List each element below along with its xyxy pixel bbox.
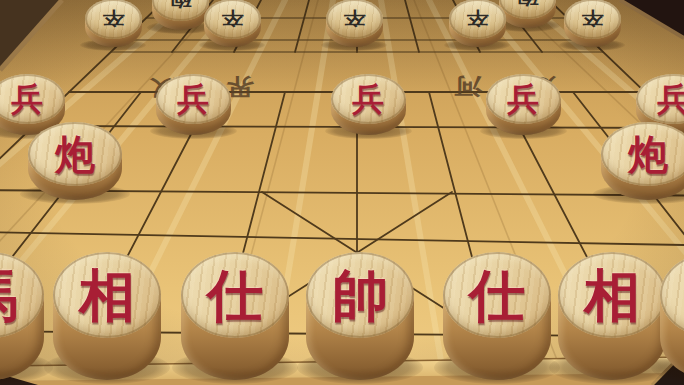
piece-glyph-elephant: 相 <box>558 252 666 338</box>
piece-glyph-soldier: 兵 <box>156 74 231 124</box>
piece-red-elephant-c[interactable]: 相 <box>53 252 161 380</box>
piece-face: 帥 <box>306 252 414 338</box>
piece-glyph-horse: 馬 <box>660 252 684 338</box>
piece-face: 兵 <box>156 74 231 124</box>
piece-glyph-cannon: 砲 <box>499 0 556 15</box>
piece-red-soldier-g[interactable]: 兵 <box>486 74 561 135</box>
piece-face: 卒 <box>85 0 142 39</box>
piece-black-soldier-e[interactable]: 卒 <box>326 0 383 47</box>
piece-face: 卒 <box>449 0 506 39</box>
piece-red-advisor-d[interactable]: 仕 <box>181 252 289 380</box>
piece-face: 馬 <box>0 252 44 338</box>
piece-glyph-soldier: 兵 <box>636 74 684 124</box>
piece-face: 卒 <box>564 0 621 39</box>
piece-black-soldier-g[interactable]: 卒 <box>449 0 506 47</box>
piece-glyph-general: 帥 <box>306 252 414 338</box>
piece-glyph-soldier: 卒 <box>449 3 506 36</box>
piece-red-soldier-c[interactable]: 兵 <box>156 74 231 135</box>
piece-black-soldier-c[interactable]: 卒 <box>204 0 261 47</box>
piece-glyph-cannon: 砲 <box>152 0 209 17</box>
piece-face: 仕 <box>181 252 289 338</box>
piece-glyph-cannon: 炮 <box>28 122 122 186</box>
piece-glyph-advisor: 仕 <box>181 252 289 338</box>
piece-glyph-soldier: 兵 <box>486 74 561 124</box>
piece-face: 相 <box>558 252 666 338</box>
piece-red-cannon-b[interactable]: 炮 <box>28 122 122 200</box>
piece-glyph-soldier: 卒 <box>85 3 142 36</box>
piece-face: 卒 <box>326 0 383 39</box>
piece-black-cannon-h[interactable]: 砲 <box>499 0 556 28</box>
piece-face: 兵 <box>636 74 684 124</box>
piece-face: 卒 <box>204 0 261 39</box>
piece-glyph-soldier: 卒 <box>326 3 383 36</box>
piece-face: 仕 <box>443 252 551 338</box>
piece-black-soldier-i[interactable]: 卒 <box>564 0 621 47</box>
piece-face: 炮 <box>28 122 122 186</box>
pieces-layer: 砲砲卒卒卒卒卒兵兵兵兵兵炮炮馬相仕帥仕相馬 <box>0 0 684 385</box>
piece-red-advisor-f[interactable]: 仕 <box>443 252 551 380</box>
piece-face: 相 <box>53 252 161 338</box>
piece-face: 炮 <box>601 122 684 186</box>
piece-red-general-e[interactable]: 帥 <box>306 252 414 380</box>
piece-face: 兵 <box>0 74 65 124</box>
piece-face: 兵 <box>486 74 561 124</box>
piece-black-soldier-a[interactable]: 卒 <box>85 0 142 47</box>
piece-glyph-horse: 馬 <box>0 252 44 338</box>
piece-red-elephant-g[interactable]: 相 <box>558 252 666 380</box>
piece-glyph-soldier: 兵 <box>331 74 406 124</box>
piece-glyph-soldier: 卒 <box>564 3 621 36</box>
piece-glyph-cannon: 炮 <box>601 122 684 186</box>
piece-face: 兵 <box>331 74 406 124</box>
piece-red-horse-b[interactable]: 馬 <box>0 252 44 380</box>
piece-black-cannon-b[interactable]: 砲 <box>152 0 209 30</box>
piece-red-soldier-e[interactable]: 兵 <box>331 74 406 135</box>
piece-glyph-elephant: 相 <box>53 252 161 338</box>
piece-glyph-advisor: 仕 <box>443 252 551 338</box>
piece-red-horse-h[interactable]: 馬 <box>660 252 684 380</box>
piece-red-cannon-h[interactable]: 炮 <box>601 122 684 200</box>
piece-glyph-soldier: 卒 <box>204 3 261 36</box>
piece-face: 馬 <box>660 252 684 338</box>
xiangqi-board-photo: 汉 界 河 楚 砲砲卒卒卒卒卒兵兵兵兵兵炮炮馬相仕帥仕相馬 <box>0 0 684 385</box>
piece-glyph-soldier: 兵 <box>0 74 65 124</box>
